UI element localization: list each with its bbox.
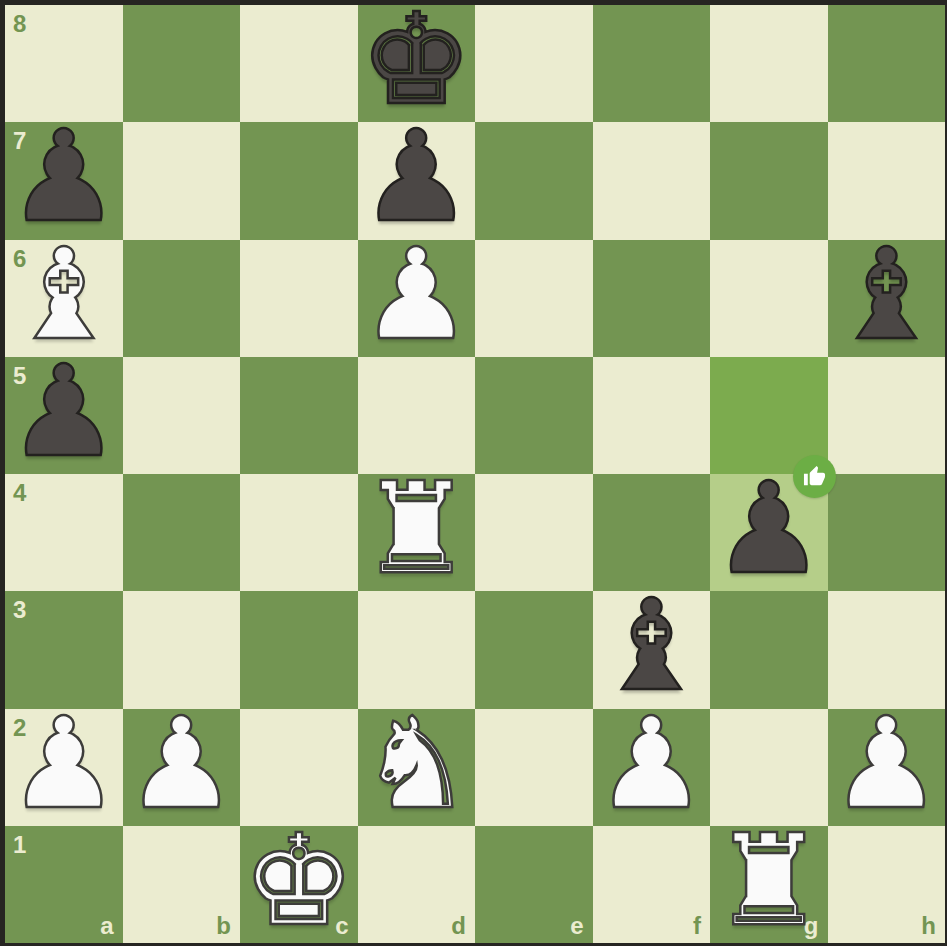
- square-d2[interactable]: ♞: [358, 709, 476, 826]
- square-c8[interactable]: [240, 5, 358, 122]
- file-label-a: a: [100, 914, 113, 938]
- square-h4[interactable]: [828, 474, 946, 591]
- square-f7[interactable]: [593, 122, 711, 239]
- piece-white-pawn[interactable]: ♟: [125, 705, 238, 822]
- file-label-f: f: [693, 914, 701, 938]
- square-h6[interactable]: ♝: [828, 240, 946, 357]
- square-h1[interactable]: h: [828, 826, 946, 943]
- piece-white-bishop[interactable]: ♝: [7, 236, 120, 353]
- square-f6[interactable]: [593, 240, 711, 357]
- square-c6[interactable]: [240, 240, 358, 357]
- rank-label-3: 3: [13, 598, 26, 622]
- square-e1[interactable]: e: [475, 826, 593, 943]
- square-b7[interactable]: [123, 122, 241, 239]
- square-b6[interactable]: [123, 240, 241, 357]
- square-h2[interactable]: ♟: [828, 709, 946, 826]
- square-h8[interactable]: [828, 5, 946, 122]
- piece-black-pawn[interactable]: ♟: [360, 118, 473, 235]
- square-a2[interactable]: 2♟: [5, 709, 123, 826]
- square-e2[interactable]: [475, 709, 593, 826]
- square-b1[interactable]: b: [123, 826, 241, 943]
- square-e4[interactable]: [475, 474, 593, 591]
- square-f2[interactable]: ♟: [593, 709, 711, 826]
- square-a5[interactable]: 5♟: [5, 357, 123, 474]
- piece-white-king[interactable]: ♚: [242, 822, 355, 939]
- square-e7[interactable]: [475, 122, 593, 239]
- square-c3[interactable]: [240, 591, 358, 708]
- square-a4[interactable]: 4: [5, 474, 123, 591]
- square-b8[interactable]: [123, 5, 241, 122]
- square-h5[interactable]: [828, 357, 946, 474]
- rank-label-4: 4: [13, 481, 26, 505]
- square-c5[interactable]: [240, 357, 358, 474]
- piece-white-pawn[interactable]: ♟: [360, 236, 473, 353]
- file-label-d: d: [451, 914, 466, 938]
- square-a1[interactable]: 1a: [5, 826, 123, 943]
- rank-label-1: 1: [13, 833, 26, 857]
- square-b2[interactable]: ♟: [123, 709, 241, 826]
- piece-white-knight[interactable]: ♞: [360, 705, 473, 822]
- square-g8[interactable]: [710, 5, 828, 122]
- piece-black-bishop[interactable]: ♝: [830, 236, 943, 353]
- square-e5[interactable]: [475, 357, 593, 474]
- piece-white-rook[interactable]: ♜: [712, 822, 825, 939]
- piece-white-pawn[interactable]: ♟: [830, 705, 943, 822]
- square-c4[interactable]: [240, 474, 358, 591]
- square-f5[interactable]: [593, 357, 711, 474]
- piece-white-pawn[interactable]: ♟: [595, 705, 708, 822]
- file-label-h: h: [921, 914, 936, 938]
- square-f1[interactable]: f: [593, 826, 711, 943]
- file-label-b: b: [216, 914, 231, 938]
- piece-black-bishop[interactable]: ♝: [595, 587, 708, 704]
- correct-move-badge: [793, 455, 836, 498]
- square-g3[interactable]: [710, 591, 828, 708]
- square-d6[interactable]: ♟: [358, 240, 476, 357]
- square-e8[interactable]: [475, 5, 593, 122]
- square-b4[interactable]: [123, 474, 241, 591]
- piece-black-pawn[interactable]: ♟: [7, 353, 120, 470]
- square-g7[interactable]: [710, 122, 828, 239]
- square-c7[interactable]: [240, 122, 358, 239]
- square-d4[interactable]: ♜: [358, 474, 476, 591]
- rank-label-8: 8: [13, 12, 26, 36]
- piece-white-rook[interactable]: ♜: [360, 470, 473, 587]
- square-e6[interactable]: [475, 240, 593, 357]
- square-e3[interactable]: [475, 591, 593, 708]
- piece-white-pawn[interactable]: ♟: [7, 705, 120, 822]
- piece-black-pawn[interactable]: ♟: [7, 118, 120, 235]
- chess-board-frame: 8♚7♟♟6♝♟♝5♟4♜♟3♝2♟♟♞♟♟1abc♚defg♜h: [0, 0, 947, 946]
- square-g6[interactable]: [710, 240, 828, 357]
- square-g1[interactable]: g♜: [710, 826, 828, 943]
- thumbs-up-icon: [803, 465, 826, 488]
- square-d1[interactable]: d: [358, 826, 476, 943]
- piece-black-king[interactable]: ♚: [360, 1, 473, 118]
- square-c1[interactable]: c♚: [240, 826, 358, 943]
- square-f8[interactable]: [593, 5, 711, 122]
- file-label-e: e: [570, 914, 583, 938]
- square-b5[interactable]: [123, 357, 241, 474]
